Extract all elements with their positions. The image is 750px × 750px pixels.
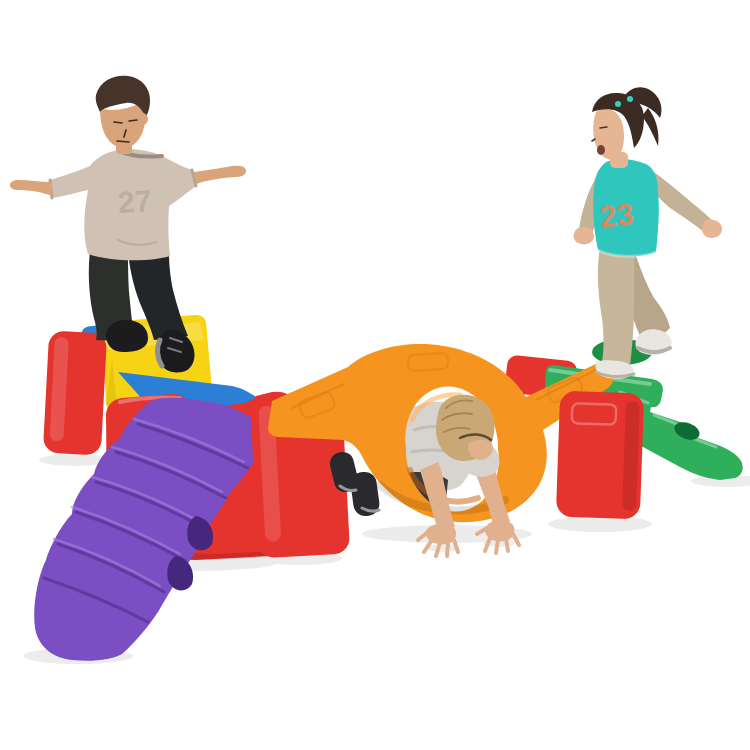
girl-mouth-open (597, 145, 605, 155)
hair-clip (615, 101, 621, 107)
boy1-ear (138, 113, 148, 125)
boy1-shirt-graphic: 27 (117, 184, 153, 219)
product-photo: 27 23 (0, 0, 750, 750)
boy1-shoe (106, 320, 148, 352)
playset-scene: 27 23 (0, 0, 750, 750)
girl-shirt-number: 23 (599, 197, 636, 233)
support-block-red-right (556, 391, 644, 520)
shadow (548, 516, 652, 532)
hair-clip (627, 96, 633, 102)
